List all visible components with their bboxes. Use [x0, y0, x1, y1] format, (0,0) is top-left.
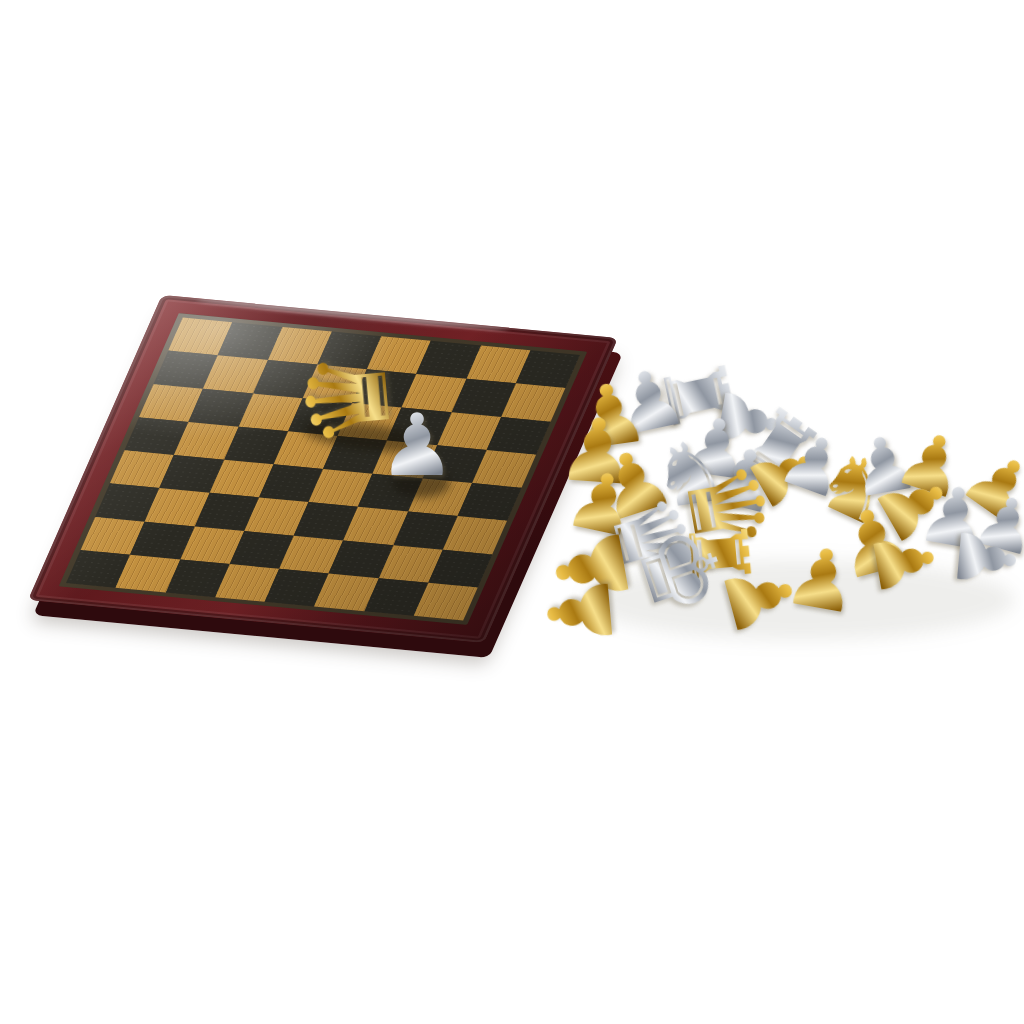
- onboard-silver-pawn: ♟: [378, 402, 455, 488]
- pile-gold-pawn: ♟: [534, 570, 626, 654]
- pile-silver-pawn: ♟: [944, 520, 1024, 596]
- pile-gold-pawn: ♟: [860, 521, 949, 603]
- product-photo: ♛♟ ♜♟♟♟♜♟♟♞♟♟♟♟♞♟♟♛♟♟♟♟♟♛♜♚♟♟♟♟♟♟♟: [0, 0, 1024, 1024]
